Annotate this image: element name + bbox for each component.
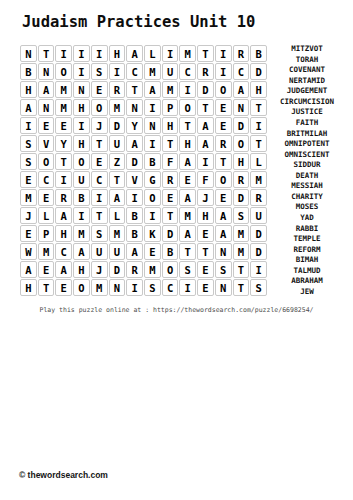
grid-cell-r3c11: D bbox=[197, 81, 214, 98]
grid-cell-r12c1: W bbox=[20, 243, 37, 260]
word-search-page: Judaism Practices Unit 10 NTIIIHALIMTIRB… bbox=[0, 0, 353, 500]
grid-cell-r7c6: Z bbox=[109, 153, 126, 170]
word-list-item: TALMUD bbox=[266, 266, 348, 275]
grid-cell-r4c12: E bbox=[215, 99, 232, 116]
grid-cell-r10c14: U bbox=[250, 207, 267, 224]
grid-cell-r14c7: I bbox=[126, 279, 143, 296]
grid-cell-r9c14: R bbox=[250, 189, 267, 206]
grid-cell-r3c1: H bbox=[20, 81, 37, 98]
word-list-item: COVENANT bbox=[266, 65, 348, 74]
grid-cell-r4c10: O bbox=[179, 99, 196, 116]
grid-cell-r6c5: T bbox=[91, 135, 108, 152]
grid-cell-r12c9: B bbox=[162, 243, 179, 260]
grid-cell-r4c14: T bbox=[250, 99, 267, 116]
grid-cell-r2c11: R bbox=[197, 63, 214, 80]
grid-cell-r7c14: L bbox=[250, 153, 267, 170]
grid-cell-r14c11: E bbox=[197, 279, 214, 296]
grid-cell-r13c8: M bbox=[144, 261, 161, 278]
word-list-item: REFORM bbox=[266, 245, 348, 254]
grid-cell-r8c7: V bbox=[126, 171, 143, 188]
grid-cell-r7c13: H bbox=[233, 153, 250, 170]
grid-cell-r9c7: I bbox=[126, 189, 143, 206]
grid-cell-r9c13: D bbox=[233, 189, 250, 206]
grid-cell-r5c12: E bbox=[215, 117, 232, 134]
grid-cell-r14c6: N bbox=[109, 279, 126, 296]
grid-cell-r10c11: H bbox=[197, 207, 214, 224]
grid-cell-r10c1: J bbox=[20, 207, 37, 224]
grid-cell-r5c11: A bbox=[197, 117, 214, 134]
grid-cell-r2c1: B bbox=[20, 63, 37, 80]
grid-cell-r8c2: C bbox=[38, 171, 55, 188]
grid-cell-r8c1: E bbox=[20, 171, 37, 188]
grid-cell-r3c2: A bbox=[38, 81, 55, 98]
grid-cell-r5c7: Y bbox=[126, 117, 143, 134]
grid-cell-r8c9: R bbox=[162, 171, 179, 188]
grid-cell-r9c2: E bbox=[38, 189, 55, 206]
grid-cell-r10c2: L bbox=[38, 207, 55, 224]
grid-cell-r6c6: U bbox=[109, 135, 126, 152]
grid-cell-r2c8: M bbox=[144, 63, 161, 80]
grid-cell-r4c5: O bbox=[91, 99, 108, 116]
grid-cell-r5c8: N bbox=[144, 117, 161, 134]
grid-cell-r13c7: R bbox=[126, 261, 143, 278]
grid-cell-r12c13: M bbox=[233, 243, 250, 260]
grid-cell-r7c11: I bbox=[197, 153, 214, 170]
grid-cell-r1c12: I bbox=[215, 45, 232, 62]
grid-cell-r11c5: S bbox=[91, 225, 108, 242]
grid-cell-r12c11: T bbox=[197, 243, 214, 260]
grid-cell-r9c10: A bbox=[179, 189, 196, 206]
grid-cell-r6c11: A bbox=[197, 135, 214, 152]
grid-cell-r8c11: F bbox=[197, 171, 214, 188]
grid-cell-r12c6: U bbox=[109, 243, 126, 260]
grid-cell-r7c3: T bbox=[55, 153, 72, 170]
grid-cell-r14c14: S bbox=[250, 279, 267, 296]
grid-cell-r3c12: O bbox=[215, 81, 232, 98]
grid-cell-r11c10: A bbox=[179, 225, 196, 242]
grid-cell-r3c9: M bbox=[162, 81, 179, 98]
grid-cell-r1c7: A bbox=[126, 45, 143, 62]
grid-cell-r2c13: C bbox=[233, 63, 250, 80]
grid-cell-r9c3: R bbox=[55, 189, 72, 206]
copyright-text: © thewordsearch.com bbox=[19, 470, 108, 480]
word-list-item: MESSIAH bbox=[266, 181, 348, 190]
grid-cell-r13c1: A bbox=[20, 261, 37, 278]
grid-cell-r1c8: L bbox=[144, 45, 161, 62]
word-list-item: OMNIPOTENT bbox=[266, 139, 348, 148]
grid-cell-r6c4: H bbox=[73, 135, 90, 152]
grid-cell-r7c12: T bbox=[215, 153, 232, 170]
grid-cell-r6c10: H bbox=[179, 135, 196, 152]
grid-cell-r7c2: O bbox=[38, 153, 55, 170]
grid-cell-r14c2: T bbox=[38, 279, 55, 296]
word-list-item: JUSTICE bbox=[266, 107, 348, 116]
grid-cell-r13c9: O bbox=[162, 261, 179, 278]
grid-cell-r8c3: I bbox=[55, 171, 72, 188]
grid-cell-r10c3: A bbox=[55, 207, 72, 224]
grid-cell-r6c3: Y bbox=[55, 135, 72, 152]
word-list-item: YAD bbox=[266, 213, 348, 222]
grid-cell-r1c13: R bbox=[233, 45, 250, 62]
play-online-text: Play this puzzle online at : https://the… bbox=[0, 306, 353, 314]
grid-cell-r6c2: V bbox=[38, 135, 55, 152]
grid-cell-r4c7: N bbox=[126, 99, 143, 116]
word-list-item: TEMPLE bbox=[266, 234, 348, 243]
grid-cell-r1c14: B bbox=[250, 45, 267, 62]
grid-cell-r1c10: M bbox=[179, 45, 196, 62]
grid-cell-r13c6: D bbox=[109, 261, 126, 278]
grid-cell-r6c12: R bbox=[215, 135, 232, 152]
puzzle-title: Judaism Practices Unit 10 bbox=[22, 13, 255, 31]
grid-cell-r9c9: E bbox=[162, 189, 179, 206]
grid-cell-r8c4: U bbox=[73, 171, 90, 188]
grid-cell-r7c8: B bbox=[144, 153, 161, 170]
grid-cell-r12c3: C bbox=[55, 243, 72, 260]
grid-cell-r13c5: J bbox=[91, 261, 108, 278]
grid-cell-r3c5: E bbox=[91, 81, 108, 98]
grid-cell-r3c6: R bbox=[109, 81, 126, 98]
word-list-item: OMNISCIENT bbox=[266, 150, 348, 159]
grid-cell-r11c12: A bbox=[215, 225, 232, 242]
grid-cell-r14c4: O bbox=[73, 279, 90, 296]
word-list-item: RABBI bbox=[266, 224, 348, 233]
grid-cell-r4c4: H bbox=[73, 99, 90, 116]
word-list-item: CIRCUMCISION bbox=[266, 97, 348, 106]
grid-cell-r12c2: M bbox=[38, 243, 55, 260]
grid-cell-r5c1: I bbox=[20, 117, 37, 134]
word-list-item: MITZVOT bbox=[266, 44, 348, 53]
grid-cell-r6c7: A bbox=[126, 135, 143, 152]
grid-cell-r11c13: M bbox=[233, 225, 250, 242]
word-list-item: BRITMILAH bbox=[266, 129, 348, 138]
grid-cell-r2c2: N bbox=[38, 63, 55, 80]
grid-cell-r12c5: U bbox=[91, 243, 108, 260]
grid-cell-r8c10: E bbox=[179, 171, 196, 188]
grid-cell-r6c14: T bbox=[250, 135, 267, 152]
grid-cell-r13c13: T bbox=[233, 261, 250, 278]
word-list-item: CHARITY bbox=[266, 192, 348, 201]
grid-cell-r13c12: S bbox=[215, 261, 232, 278]
grid-cell-r13c10: S bbox=[179, 261, 196, 278]
grid-cell-r8c13: R bbox=[233, 171, 250, 188]
grid-cell-r8c6: T bbox=[109, 171, 126, 188]
grid-cell-r11c9: D bbox=[162, 225, 179, 242]
grid-cell-r6c8: I bbox=[144, 135, 161, 152]
grid-cell-r10c5: T bbox=[91, 207, 108, 224]
word-list-item: DEATH bbox=[266, 171, 348, 180]
grid-cell-r2c9: U bbox=[162, 63, 179, 80]
grid-cell-r14c3: E bbox=[55, 279, 72, 296]
grid-cell-r3c7: T bbox=[126, 81, 143, 98]
grid-cell-r4c3: M bbox=[55, 99, 72, 116]
word-list-item: JUDGEMENT bbox=[266, 86, 348, 95]
grid-cell-r1c1: N bbox=[20, 45, 37, 62]
grid-cell-r9c8: O bbox=[144, 189, 161, 206]
grid-cell-r14c13: T bbox=[233, 279, 250, 296]
grid-cell-r11c14: D bbox=[250, 225, 267, 242]
grid-cell-r2c4: I bbox=[73, 63, 90, 80]
grid-cell-r13c14: I bbox=[250, 261, 267, 278]
grid-cell-r11c3: H bbox=[55, 225, 72, 242]
grid-cell-r7c7: D bbox=[126, 153, 143, 170]
grid-cell-r8c8: G bbox=[144, 171, 161, 188]
grid-cell-r4c11: T bbox=[197, 99, 214, 116]
word-list-item: JEW bbox=[266, 287, 348, 296]
grid-cell-r6c13: O bbox=[233, 135, 250, 152]
grid-cell-r5c3: E bbox=[55, 117, 72, 134]
grid-cell-r9c12: E bbox=[215, 189, 232, 206]
grid-cell-r14c12: N bbox=[215, 279, 232, 296]
grid-cell-r10c10: M bbox=[179, 207, 196, 224]
grid-cell-r6c1: S bbox=[20, 135, 37, 152]
grid-cell-r5c4: I bbox=[73, 117, 90, 134]
grid-cell-r12c4: A bbox=[73, 243, 90, 260]
grid-cell-r9c1: M bbox=[20, 189, 37, 206]
grid-cell-r11c11: E bbox=[197, 225, 214, 242]
grid-cell-r14c5: M bbox=[91, 279, 108, 296]
grid-cell-r1c2: T bbox=[38, 45, 55, 62]
grid-cell-r2c5: S bbox=[91, 63, 108, 80]
grid-cell-r10c4: I bbox=[73, 207, 90, 224]
word-list-item: BIMAH bbox=[266, 255, 348, 264]
grid-cell-r5c5: J bbox=[91, 117, 108, 134]
grid-cell-r8c12: O bbox=[215, 171, 232, 188]
grid-cell-r12c14: D bbox=[250, 243, 267, 260]
grid-cell-r9c11: J bbox=[197, 189, 214, 206]
grid-cell-r10c13: S bbox=[233, 207, 250, 224]
grid-cell-r11c1: E bbox=[20, 225, 37, 242]
word-search-grid: NTIIIHALIMTIRBBNOISICMUCRICDHAMNERTAMIDO… bbox=[20, 45, 267, 296]
grid-cell-r3c3: M bbox=[55, 81, 72, 98]
grid-cell-r3c14: H bbox=[250, 81, 267, 98]
grid-cell-r12c10: T bbox=[179, 243, 196, 260]
grid-cell-r1c9: I bbox=[162, 45, 179, 62]
grid-cell-r14c8: S bbox=[144, 279, 161, 296]
grid-cell-r2c6: I bbox=[109, 63, 126, 80]
grid-cell-r7c9: F bbox=[162, 153, 179, 170]
grid-cell-r1c6: H bbox=[109, 45, 126, 62]
grid-cell-r4c8: I bbox=[144, 99, 161, 116]
grid-cell-r2c14: D bbox=[250, 63, 267, 80]
grid-cell-r6c9: T bbox=[162, 135, 179, 152]
word-list-item: NERTAMID bbox=[266, 76, 348, 85]
grid-cell-r11c4: M bbox=[73, 225, 90, 242]
grid-cell-r1c4: I bbox=[73, 45, 90, 62]
grid-cell-r2c3: O bbox=[55, 63, 72, 80]
word-list: MITZVOTTORAHCOVENANTNERTAMIDJUDGEMENTCIR… bbox=[266, 44, 348, 296]
grid-cell-r8c5: C bbox=[91, 171, 108, 188]
grid-cell-r4c2: N bbox=[38, 99, 55, 116]
grid-cell-r4c9: P bbox=[162, 99, 179, 116]
grid-cell-r10c12: A bbox=[215, 207, 232, 224]
grid-cell-r5c13: D bbox=[233, 117, 250, 134]
grid-cell-r2c12: I bbox=[215, 63, 232, 80]
word-list-item: ABRAHAM bbox=[266, 276, 348, 285]
grid-cell-r7c5: E bbox=[91, 153, 108, 170]
grid-cell-r3c10: I bbox=[179, 81, 196, 98]
grid-cell-r3c8: A bbox=[144, 81, 161, 98]
word-list-item: MOSES bbox=[266, 202, 348, 211]
grid-cell-r12c8: E bbox=[144, 243, 161, 260]
grid-cell-r4c1: A bbox=[20, 99, 37, 116]
grid-cell-r12c7: A bbox=[126, 243, 143, 260]
grid-cell-r9c4: B bbox=[73, 189, 90, 206]
grid-cell-r7c10: A bbox=[179, 153, 196, 170]
grid-cell-r9c6: A bbox=[109, 189, 126, 206]
grid-cell-r9c5: I bbox=[91, 189, 108, 206]
grid-cell-r5c2: E bbox=[38, 117, 55, 134]
grid-cell-r5c9: H bbox=[162, 117, 179, 134]
grid-cell-r5c6: D bbox=[109, 117, 126, 134]
word-list-item: SIDDUR bbox=[266, 160, 348, 169]
grid-cell-r13c11: E bbox=[197, 261, 214, 278]
grid-cell-r3c13: A bbox=[233, 81, 250, 98]
grid-cell-r5c14: I bbox=[250, 117, 267, 134]
grid-cell-r1c5: I bbox=[91, 45, 108, 62]
grid-cell-r14c9: C bbox=[162, 279, 179, 296]
grid-cell-r7c4: O bbox=[73, 153, 90, 170]
grid-cell-r10c6: L bbox=[109, 207, 126, 224]
grid-cell-r1c3: I bbox=[55, 45, 72, 62]
grid-cell-r14c10: I bbox=[179, 279, 196, 296]
grid-cell-r11c8: K bbox=[144, 225, 161, 242]
grid-cell-r7c1: S bbox=[20, 153, 37, 170]
word-list-item: FAITH bbox=[266, 118, 348, 127]
grid-cell-r4c6: M bbox=[109, 99, 126, 116]
grid-cell-r2c10: C bbox=[179, 63, 196, 80]
grid-cell-r12c12: N bbox=[215, 243, 232, 260]
grid-cell-r1c11: T bbox=[197, 45, 214, 62]
grid-cell-r14c1: H bbox=[20, 279, 37, 296]
grid-cell-r13c4: H bbox=[73, 261, 90, 278]
grid-cell-r11c2: P bbox=[38, 225, 55, 242]
grid-cell-r2c7: C bbox=[126, 63, 143, 80]
grid-cell-r13c3: A bbox=[55, 261, 72, 278]
grid-cell-r10c9: T bbox=[162, 207, 179, 224]
grid-cell-r10c8: I bbox=[144, 207, 161, 224]
grid-cell-r11c7: B bbox=[126, 225, 143, 242]
grid-cell-r3c4: N bbox=[73, 81, 90, 98]
grid-cell-r13c2: E bbox=[38, 261, 55, 278]
grid-cell-r11c6: M bbox=[109, 225, 126, 242]
grid-cell-r4c13: N bbox=[233, 99, 250, 116]
word-list-item: TORAH bbox=[266, 55, 348, 64]
grid-cell-r8c14: M bbox=[250, 171, 267, 188]
grid-cell-r10c7: B bbox=[126, 207, 143, 224]
grid-cell-r5c10: T bbox=[179, 117, 196, 134]
